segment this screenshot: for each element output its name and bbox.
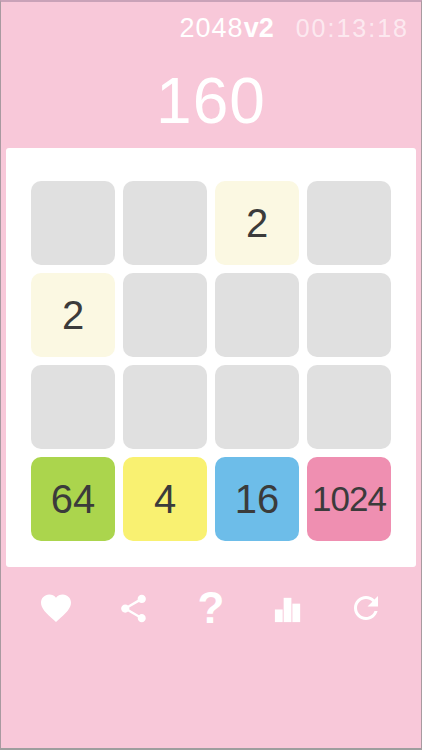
question-icon: ? <box>198 586 225 630</box>
tile-4: 4 <box>123 457 207 541</box>
empty-cell <box>215 365 299 449</box>
empty-cell <box>31 365 115 449</box>
tile-1024: 1024 <box>307 457 391 541</box>
share-icon <box>117 592 150 625</box>
board-card: 22644161024 <box>6 148 416 567</box>
empty-cell <box>123 273 207 357</box>
restart-button[interactable] <box>344 586 388 630</box>
empty-cell <box>31 181 115 265</box>
refresh-icon <box>348 590 384 626</box>
app-title-main: 2048 <box>180 13 244 43</box>
favorite-button[interactable] <box>34 586 78 630</box>
tile-64: 64 <box>31 457 115 541</box>
help-button[interactable]: ? <box>189 586 233 630</box>
stats-button[interactable] <box>266 586 310 630</box>
app-screen: 2048v2 00:13:18 160 22644161024 ? <box>0 0 422 750</box>
bottom-spacer <box>1 649 421 748</box>
tile-16: 16 <box>215 457 299 541</box>
app-title-suffix: v2 <box>244 13 274 43</box>
tile-2: 2 <box>215 181 299 265</box>
empty-cell <box>307 365 391 449</box>
share-button[interactable] <box>112 586 156 630</box>
empty-cell <box>307 181 391 265</box>
empty-cell <box>307 273 391 357</box>
empty-cell <box>123 365 207 449</box>
heart-icon <box>38 590 74 626</box>
score-area: 160 <box>1 54 421 148</box>
toolbar: ? <box>1 567 421 649</box>
app-title: 2048v2 <box>180 13 274 44</box>
board[interactable]: 22644161024 <box>32 181 390 541</box>
top-bar: 2048v2 00:13:18 <box>1 2 421 54</box>
tile-2: 2 <box>31 273 115 357</box>
empty-cell <box>215 273 299 357</box>
bar-chart-icon <box>272 592 305 625</box>
game-timer: 00:13:18 <box>296 14 409 43</box>
empty-cell <box>123 181 207 265</box>
score-value: 160 <box>156 64 266 138</box>
